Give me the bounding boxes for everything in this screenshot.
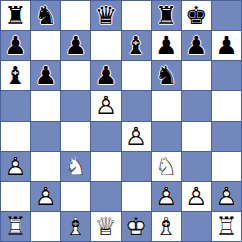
square-h7[interactable]: ♟ <box>212 31 241 60</box>
square-h1[interactable]: ♜♖ <box>212 212 241 241</box>
square-b4[interactable] <box>31 122 60 151</box>
white-pawn-outline-glyph: ♙ <box>1 152 30 181</box>
black-queen-glyph: ♛ <box>91 1 120 30</box>
piece-white-pawn[interactable]: ♟♙ <box>91 91 120 120</box>
square-c3[interactable]: ♞♘ <box>61 152 90 181</box>
square-g8[interactable]: ♚ <box>182 1 211 30</box>
square-h3[interactable] <box>212 152 241 181</box>
square-d8[interactable]: ♛ <box>91 1 120 30</box>
piece-white-pawn[interactable]: ♟♙ <box>152 182 181 211</box>
square-b1[interactable] <box>31 212 60 241</box>
square-c4[interactable] <box>61 122 90 151</box>
square-f4[interactable] <box>152 122 181 151</box>
square-d4[interactable] <box>91 122 120 151</box>
square-h2[interactable]: ♟♙ <box>212 182 241 211</box>
square-a4[interactable] <box>1 122 30 151</box>
piece-black-pawn[interactable]: ♟ <box>212 31 241 60</box>
square-b8[interactable]: ♞ <box>31 1 60 30</box>
square-b3[interactable] <box>31 152 60 181</box>
black-pawn-glyph: ♟ <box>212 31 241 60</box>
white-king-outline-glyph: ♔ <box>122 212 151 241</box>
square-d5[interactable]: ♟♙ <box>91 91 120 120</box>
square-d7[interactable] <box>91 31 120 60</box>
square-e7[interactable]: ♝ <box>122 31 151 60</box>
black-pawn-glyph: ♟ <box>1 31 30 60</box>
square-d1[interactable]: ♛♕ <box>91 212 120 241</box>
square-e2[interactable] <box>122 182 151 211</box>
black-pawn-glyph: ♟ <box>182 31 211 60</box>
chess-board: ♜♞♛♜♚♟♟♝♟♟♟♝♟♟♞♟♙♟♙♟♙♞♘♞♘♟♙♟♙♟♙♟♙♜♖♝♗♛♕♚… <box>0 0 242 242</box>
square-g6[interactable] <box>182 61 211 90</box>
square-c2[interactable] <box>61 182 90 211</box>
white-rook-outline-glyph: ♖ <box>212 212 241 241</box>
square-f6[interactable]: ♞ <box>152 61 181 90</box>
black-pawn-glyph: ♟ <box>91 61 120 90</box>
white-knight-outline-glyph: ♘ <box>152 152 181 181</box>
square-a6[interactable]: ♝ <box>1 61 30 90</box>
piece-black-knight[interactable]: ♞ <box>152 61 181 90</box>
square-a7[interactable]: ♟ <box>1 31 30 60</box>
square-e6[interactable] <box>122 61 151 90</box>
square-f3[interactable]: ♞♘ <box>152 152 181 181</box>
black-rook-glyph: ♜ <box>152 1 181 30</box>
square-h5[interactable] <box>212 91 241 120</box>
square-a3[interactable]: ♟♙ <box>1 152 30 181</box>
white-pawn-outline-glyph: ♙ <box>212 182 241 211</box>
square-h8[interactable] <box>212 1 241 30</box>
piece-black-pawn[interactable]: ♟ <box>91 61 120 90</box>
square-f1[interactable]: ♝♗ <box>152 212 181 241</box>
square-f8[interactable]: ♜ <box>152 1 181 30</box>
piece-black-bishop[interactable]: ♝ <box>1 61 30 90</box>
white-pawn-outline-glyph: ♙ <box>152 182 181 211</box>
piece-black-queen[interactable]: ♛ <box>91 1 120 30</box>
white-pawn-outline-glyph: ♙ <box>182 182 211 211</box>
piece-black-pawn[interactable]: ♟ <box>182 31 211 60</box>
square-a1[interactable]: ♜♖ <box>1 212 30 241</box>
white-rook-outline-glyph: ♖ <box>1 212 30 241</box>
white-bishop-outline-glyph: ♗ <box>152 212 181 241</box>
piece-white-pawn[interactable]: ♟♙ <box>182 182 211 211</box>
square-a8[interactable]: ♜ <box>1 1 30 30</box>
piece-white-queen[interactable]: ♛♕ <box>91 212 120 241</box>
square-d3[interactable] <box>91 152 120 181</box>
square-a2[interactable] <box>1 182 30 211</box>
square-e4[interactable]: ♟♙ <box>122 122 151 151</box>
square-g2[interactable]: ♟♙ <box>182 182 211 211</box>
white-pawn-outline-glyph: ♙ <box>91 91 120 120</box>
square-b2[interactable]: ♟♙ <box>31 182 60 211</box>
piece-white-knight[interactable]: ♞♘ <box>61 152 90 181</box>
square-g5[interactable] <box>182 91 211 120</box>
square-c5[interactable] <box>61 91 90 120</box>
piece-white-rook[interactable]: ♜♖ <box>1 212 30 241</box>
white-pawn-outline-glyph: ♙ <box>122 122 151 151</box>
white-bishop-outline-glyph: ♗ <box>61 212 90 241</box>
square-e1[interactable]: ♚♔ <box>122 212 151 241</box>
piece-black-rook[interactable]: ♜ <box>152 1 181 30</box>
square-b6[interactable]: ♟ <box>31 61 60 90</box>
black-bishop-glyph: ♝ <box>122 31 151 60</box>
square-g4[interactable] <box>182 122 211 151</box>
piece-white-pawn[interactable]: ♟♙ <box>212 182 241 211</box>
square-c6[interactable] <box>61 61 90 90</box>
square-g1[interactable] <box>182 212 211 241</box>
square-h6[interactable] <box>212 61 241 90</box>
square-g7[interactable]: ♟ <box>182 31 211 60</box>
piece-black-pawn[interactable]: ♟ <box>152 31 181 60</box>
square-c1[interactable]: ♝♗ <box>61 212 90 241</box>
square-f2[interactable]: ♟♙ <box>152 182 181 211</box>
white-pawn-outline-glyph: ♙ <box>31 182 60 211</box>
black-king-glyph: ♚ <box>182 1 211 30</box>
square-e3[interactable] <box>122 152 151 181</box>
square-h4[interactable] <box>212 122 241 151</box>
piece-white-pawn[interactable]: ♟♙ <box>31 182 60 211</box>
square-e8[interactable] <box>122 1 151 30</box>
black-pawn-glyph: ♟ <box>152 31 181 60</box>
black-pawn-glyph: ♟ <box>31 61 60 90</box>
black-knight-glyph: ♞ <box>31 1 60 30</box>
square-c7[interactable]: ♟ <box>61 31 90 60</box>
square-b5[interactable] <box>31 91 60 120</box>
piece-white-bishop[interactable]: ♝♗ <box>152 212 181 241</box>
white-queen-outline-glyph: ♕ <box>91 212 120 241</box>
black-bishop-glyph: ♝ <box>1 61 30 90</box>
piece-black-bishop[interactable]: ♝ <box>122 31 151 60</box>
black-knight-glyph: ♞ <box>152 61 181 90</box>
square-g3[interactable] <box>182 152 211 181</box>
piece-white-rook[interactable]: ♜♖ <box>212 212 241 241</box>
piece-white-king[interactable]: ♚♔ <box>122 212 151 241</box>
piece-black-king[interactable]: ♚ <box>182 1 211 30</box>
square-a5[interactable] <box>1 91 30 120</box>
square-e5[interactable] <box>122 91 151 120</box>
piece-white-bishop[interactable]: ♝♗ <box>61 212 90 241</box>
white-knight-outline-glyph: ♘ <box>61 152 90 181</box>
square-f7[interactable]: ♟ <box>152 31 181 60</box>
square-d2[interactable] <box>91 182 120 211</box>
piece-white-pawn[interactable]: ♟♙ <box>1 152 30 181</box>
black-rook-glyph: ♜ <box>1 1 30 30</box>
square-f5[interactable] <box>152 91 181 120</box>
square-c8[interactable] <box>61 1 90 30</box>
piece-black-rook[interactable]: ♜ <box>1 1 30 30</box>
piece-white-knight[interactable]: ♞♘ <box>152 152 181 181</box>
piece-black-pawn[interactable]: ♟ <box>1 31 30 60</box>
square-d6[interactable]: ♟ <box>91 61 120 90</box>
square-b7[interactable] <box>31 31 60 60</box>
piece-black-pawn[interactable]: ♟ <box>61 31 90 60</box>
piece-black-knight[interactable]: ♞ <box>31 1 60 30</box>
piece-white-pawn[interactable]: ♟♙ <box>122 122 151 151</box>
piece-black-pawn[interactable]: ♟ <box>31 61 60 90</box>
black-pawn-glyph: ♟ <box>61 31 90 60</box>
